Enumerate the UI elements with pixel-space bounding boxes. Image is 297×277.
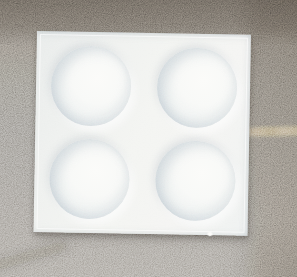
cavity-top-left (50, 45, 131, 126)
photo-caption: Overhead photograph of a white square fo… (0, 0, 1, 1)
cavity-grid (33, 31, 250, 236)
light-streak (243, 126, 297, 137)
rim-highlight-dot (207, 232, 212, 236)
photo: Overhead photograph of a white square fo… (0, 0, 297, 277)
cavity-bottom-right (155, 140, 236, 221)
cavity-top-right (156, 47, 237, 128)
cavity-bottom-left (49, 138, 130, 219)
shadow-smudge (0, 239, 70, 275)
mold-tray (33, 31, 250, 236)
